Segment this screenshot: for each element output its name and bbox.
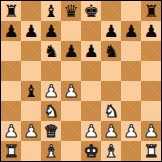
square-f7[interactable]: ♟ bbox=[101, 21, 121, 41]
square-f3[interactable]: ♞ bbox=[101, 101, 121, 121]
square-c5[interactable] bbox=[41, 61, 61, 81]
piece-black-pawn[interactable]: ♟ bbox=[1, 21, 21, 41]
piece-black-pawn[interactable]: ♟ bbox=[61, 41, 81, 61]
piece-black-queen[interactable]: ♛ bbox=[61, 1, 81, 21]
square-b7[interactable]: ♟ bbox=[21, 21, 41, 41]
square-h1[interactable]: ♜ bbox=[141, 141, 161, 161]
square-h4[interactable] bbox=[141, 81, 161, 101]
square-e8[interactable]: ♚ bbox=[81, 1, 101, 21]
piece-black-pawn[interactable]: ♟ bbox=[21, 21, 41, 41]
square-d7[interactable] bbox=[61, 21, 81, 41]
piece-white-rook[interactable]: ♜ bbox=[141, 141, 161, 161]
square-g7[interactable]: ♟ bbox=[121, 21, 141, 41]
piece-white-bishop[interactable]: ♝ bbox=[101, 141, 121, 161]
square-a5[interactable] bbox=[1, 61, 21, 81]
square-e7[interactable] bbox=[81, 21, 101, 41]
piece-black-king[interactable]: ♚ bbox=[81, 1, 101, 21]
square-a6[interactable] bbox=[1, 41, 21, 61]
piece-white-bishop[interactable]: ♝ bbox=[41, 141, 61, 161]
square-b4[interactable]: ♝ bbox=[21, 81, 41, 101]
square-d2[interactable] bbox=[61, 121, 81, 141]
square-d3[interactable] bbox=[61, 101, 81, 121]
square-f6[interactable]: ♞ bbox=[101, 41, 121, 61]
square-g6[interactable] bbox=[121, 41, 141, 61]
square-h6[interactable] bbox=[141, 41, 161, 61]
square-c4[interactable]: ♟ bbox=[41, 81, 61, 101]
square-a1[interactable]: ♜ bbox=[1, 141, 21, 161]
square-h8[interactable]: ♜ bbox=[141, 1, 161, 21]
square-b6[interactable] bbox=[21, 41, 41, 61]
square-b3[interactable] bbox=[21, 101, 41, 121]
square-c7[interactable]: ♟ bbox=[41, 21, 61, 41]
piece-white-pawn[interactable]: ♟ bbox=[1, 121, 21, 141]
piece-black-bishop[interactable]: ♝ bbox=[21, 81, 41, 101]
square-c8[interactable]: ♝ bbox=[41, 1, 61, 21]
piece-black-rook[interactable]: ♜ bbox=[1, 1, 21, 21]
piece-black-pawn[interactable]: ♟ bbox=[101, 21, 121, 41]
square-e5[interactable] bbox=[81, 61, 101, 81]
square-e3[interactable] bbox=[81, 101, 101, 121]
square-h5[interactable] bbox=[141, 61, 161, 81]
piece-white-king[interactable]: ♚ bbox=[81, 141, 101, 161]
square-d4[interactable]: ♟ bbox=[61, 81, 81, 101]
square-g3[interactable] bbox=[121, 101, 141, 121]
square-c1[interactable]: ♝ bbox=[41, 141, 61, 161]
piece-white-pawn[interactable]: ♟ bbox=[121, 121, 141, 141]
square-f4[interactable] bbox=[101, 81, 121, 101]
piece-black-knight[interactable]: ♞ bbox=[101, 41, 121, 61]
square-b1[interactable] bbox=[21, 141, 41, 161]
square-h2[interactable]: ♟ bbox=[141, 121, 161, 141]
square-f2[interactable]: ♟ bbox=[101, 121, 121, 141]
square-g2[interactable]: ♟ bbox=[121, 121, 141, 141]
square-e6[interactable]: ♟ bbox=[81, 41, 101, 61]
piece-white-pawn[interactable]: ♟ bbox=[101, 121, 121, 141]
piece-black-rook[interactable]: ♜ bbox=[141, 1, 161, 21]
square-f1[interactable]: ♝ bbox=[101, 141, 121, 161]
square-a7[interactable]: ♟ bbox=[1, 21, 21, 41]
piece-black-knight[interactable]: ♞ bbox=[41, 41, 61, 61]
square-h3[interactable] bbox=[141, 101, 161, 121]
piece-white-pawn[interactable]: ♟ bbox=[21, 121, 41, 141]
square-d8[interactable]: ♛ bbox=[61, 1, 81, 21]
piece-white-pawn[interactable]: ♟ bbox=[41, 81, 61, 101]
piece-white-pawn[interactable]: ♟ bbox=[81, 121, 101, 141]
square-e2[interactable]: ♟ bbox=[81, 121, 101, 141]
square-a8[interactable]: ♜ bbox=[1, 1, 21, 21]
square-c3[interactable]: ♞ bbox=[41, 101, 61, 121]
square-e4[interactable] bbox=[81, 81, 101, 101]
square-g5[interactable] bbox=[121, 61, 141, 81]
square-b8[interactable] bbox=[21, 1, 41, 21]
piece-white-pawn[interactable]: ♟ bbox=[141, 121, 161, 141]
square-b2[interactable]: ♟ bbox=[21, 121, 41, 141]
square-a2[interactable]: ♟ bbox=[1, 121, 21, 141]
piece-black-pawn[interactable]: ♟ bbox=[81, 41, 101, 61]
square-c2[interactable]: ♛ bbox=[41, 121, 61, 141]
square-b5[interactable] bbox=[21, 61, 41, 81]
chess-board: ♜♝♛♚♜♟♟♟♟♟♟♞♟♟♞♝♟♟♞♞♟♟♛♟♟♟♟♜♝♚♝♜ bbox=[0, 0, 162, 162]
square-a3[interactable] bbox=[1, 101, 21, 121]
square-f5[interactable] bbox=[101, 61, 121, 81]
square-e1[interactable]: ♚ bbox=[81, 141, 101, 161]
piece-black-bishop[interactable]: ♝ bbox=[41, 1, 61, 21]
square-d6[interactable]: ♟ bbox=[61, 41, 81, 61]
square-f8[interactable] bbox=[101, 1, 121, 21]
square-d1[interactable] bbox=[61, 141, 81, 161]
square-d5[interactable] bbox=[61, 61, 81, 81]
square-a4[interactable] bbox=[1, 81, 21, 101]
square-g8[interactable] bbox=[121, 1, 141, 21]
piece-white-knight[interactable]: ♞ bbox=[101, 101, 121, 121]
square-h7[interactable]: ♟ bbox=[141, 21, 161, 41]
piece-white-queen[interactable]: ♛ bbox=[41, 121, 61, 141]
piece-black-pawn[interactable]: ♟ bbox=[41, 21, 61, 41]
piece-black-pawn[interactable]: ♟ bbox=[121, 21, 141, 41]
piece-white-pawn[interactable]: ♟ bbox=[61, 81, 81, 101]
piece-white-rook[interactable]: ♜ bbox=[1, 141, 21, 161]
square-g1[interactable] bbox=[121, 141, 141, 161]
piece-black-pawn[interactable]: ♟ bbox=[141, 21, 161, 41]
piece-white-knight[interactable]: ♞ bbox=[41, 101, 61, 121]
square-c6[interactable]: ♞ bbox=[41, 41, 61, 61]
square-g4[interactable] bbox=[121, 81, 141, 101]
